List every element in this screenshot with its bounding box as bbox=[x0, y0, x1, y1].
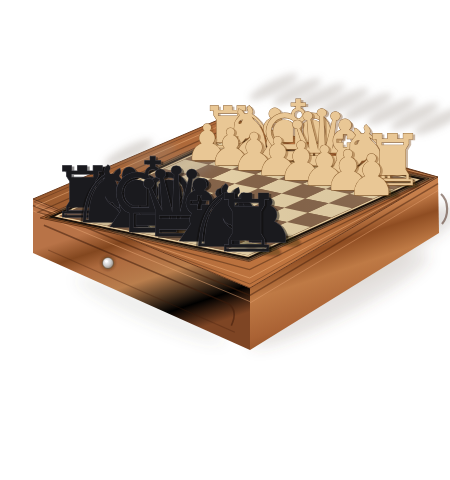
chess-case-scene: ♜♜♞♞♟♟♝♝♟♟♚♚♟♟♛♛♟♟♝♝♟♟♞♞♟♟♜♜♟♟♟♟♟♟♟♟♜♜♟♟… bbox=[0, 0, 450, 480]
piece-glyph: ♟ bbox=[346, 142, 397, 208]
piece-white-pawn-a2[interactable]: ♟♟ bbox=[346, 142, 399, 209]
drawer-knob[interactable] bbox=[103, 258, 114, 269]
piece-glyph: ♜ bbox=[211, 177, 282, 270]
chessboard-photo: ♜♜♞♞♟♟♝♝♟♟♚♚♟♟♛♛♟♟♝♝♟♟♞♞♟♟♜♜♟♟♟♟♟♟♟♟♜♜♟♟… bbox=[0, 0, 450, 480]
piece-black-rook-a8[interactable]: ♜♜ bbox=[211, 177, 285, 271]
knob-glint bbox=[105, 260, 108, 263]
